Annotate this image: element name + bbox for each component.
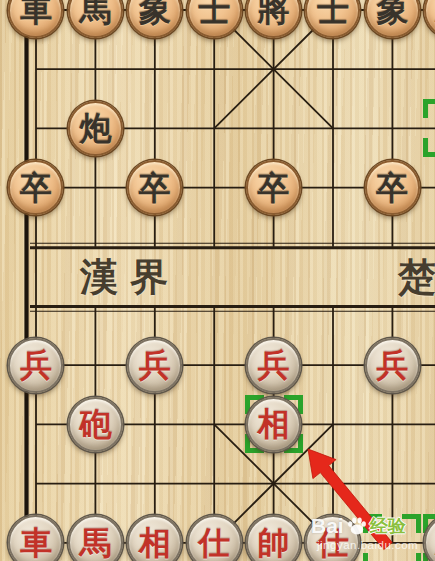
piece-red-兵[interactable]: 兵	[246, 338, 301, 393]
piece-red-馬[interactable]: 馬	[424, 515, 435, 561]
piece-black-炮[interactable]: 炮	[68, 101, 123, 156]
piece-black-卒[interactable]: 卒	[365, 160, 420, 215]
piece-red-兵[interactable]: 兵	[127, 338, 182, 393]
piece-black-士[interactable]: 士	[305, 0, 360, 38]
piece-red-砲[interactable]: 砲	[68, 397, 123, 452]
piece-red-車[interactable]: 車	[8, 515, 63, 561]
piece-red-馬[interactable]: 馬	[68, 515, 123, 561]
piece-black-馬[interactable]: 馬	[68, 0, 123, 38]
piece-red-兵[interactable]: 兵	[365, 338, 420, 393]
piece-red-帥[interactable]: 帥	[246, 515, 301, 561]
piece-red-相[interactable]: 相	[127, 515, 182, 561]
xiangqi-board[interactable]: 漢界 楚河 車馬象士將士象馬炮卒卒卒卒兵兵兵兵砲相車馬相仕帥仕馬 Bai 经验 …	[0, 0, 435, 561]
piece-red-仕[interactable]: 仕	[187, 515, 242, 561]
piece-red-相[interactable]: 相	[246, 397, 301, 452]
piece-grid[interactable]: 車馬象士將士象馬炮卒卒卒卒兵兵兵兵砲相車馬相仕帥仕馬	[6, 0, 435, 561]
piece-black-將[interactable]: 將	[246, 0, 301, 38]
piece-black-馬[interactable]: 馬	[424, 0, 435, 38]
piece-black-卒[interactable]: 卒	[246, 160, 301, 215]
piece-black-象[interactable]: 象	[127, 0, 182, 38]
piece-red-兵[interactable]: 兵	[8, 338, 63, 393]
piece-black-士[interactable]: 士	[187, 0, 242, 38]
piece-black-象[interactable]: 象	[365, 0, 420, 38]
piece-black-卒[interactable]: 卒	[8, 160, 63, 215]
piece-black-車[interactable]: 車	[8, 0, 63, 38]
piece-black-卒[interactable]: 卒	[127, 160, 182, 215]
piece-red-仕[interactable]: 仕	[305, 515, 360, 561]
